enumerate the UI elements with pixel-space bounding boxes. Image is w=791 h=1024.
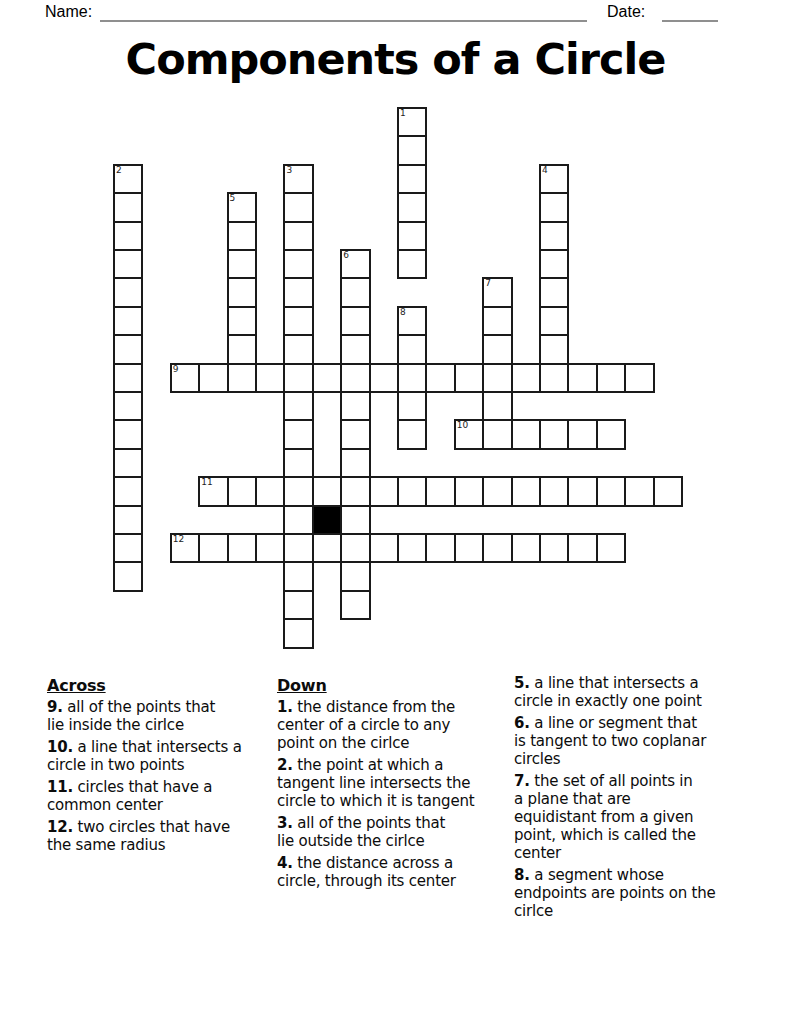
grid-cell[interactable] [340, 334, 370, 364]
grid-cell[interactable] [369, 476, 399, 506]
grid-cell[interactable] [340, 277, 370, 307]
grid-cell[interactable] [340, 391, 370, 421]
grid-cell[interactable] [283, 505, 313, 535]
grid-cell[interactable] [312, 476, 342, 506]
clue-item: 9. all of the points that lie inside the… [47, 698, 292, 734]
grid-cell[interactable] [454, 533, 484, 563]
grid-cell[interactable] [567, 363, 597, 393]
grid-cell[interactable] [425, 533, 455, 563]
clue-label: 3. [277, 814, 293, 832]
grid-cell[interactable] [653, 476, 683, 506]
grid-cell[interactable] [113, 533, 143, 563]
grid-cell[interactable] [113, 306, 143, 336]
grid-cell[interactable] [113, 363, 143, 393]
clue-item: 8. a segment whose endpoints are points … [514, 866, 759, 920]
grid-cell[interactable] [539, 306, 569, 336]
grid-cell[interactable] [567, 476, 597, 506]
clue-item: 11. circles that have a common center [47, 778, 292, 814]
clue-text: two circles that have the same radius [47, 818, 230, 854]
grid-cell[interactable] [340, 590, 370, 620]
grid-cell-black [312, 505, 342, 535]
clue-text: a line that intersects a circle in exact… [514, 674, 702, 710]
grid-cell[interactable] [198, 533, 228, 563]
grid-cell[interactable] [539, 334, 569, 364]
grid-cell[interactable] [312, 363, 342, 393]
grid-cell[interactable] [283, 419, 313, 449]
grid-cell[interactable] [482, 533, 512, 563]
clue-label: 4. [277, 854, 293, 872]
grid-cell[interactable] [596, 419, 626, 449]
clue-item: 1. the distance from the center of a cir… [277, 698, 522, 752]
clue-text: a line or segment that is tangent to two… [514, 714, 706, 768]
grid-cell[interactable] [283, 334, 313, 364]
grid-cell[interactable] [113, 561, 143, 591]
grid-cell[interactable] [113, 277, 143, 307]
date-blank-line[interactable] [662, 2, 718, 22]
grid-cell[interactable] [283, 533, 313, 563]
grid-cell[interactable] [312, 533, 342, 563]
grid-cell[interactable] [596, 476, 626, 506]
grid-cell[interactable] [397, 363, 427, 393]
clue-label: 7. [514, 772, 530, 790]
grid-cell[interactable] [113, 221, 143, 251]
grid-cell[interactable] [511, 533, 541, 563]
grid-cell[interactable] [539, 249, 569, 279]
grid-cell[interactable] [227, 533, 257, 563]
clue-item: 10. a line that intersects a circle in t… [47, 738, 292, 774]
grid-cell[interactable] [482, 476, 512, 506]
grid-cell[interactable] [624, 363, 654, 393]
clue-text: the point at which a tangent line inters… [277, 756, 474, 810]
grid-cell[interactable] [454, 363, 484, 393]
grid-cell[interactable] [340, 306, 370, 336]
grid-cell[interactable] [596, 533, 626, 563]
grid-cell[interactable] [113, 505, 143, 535]
grid-cell[interactable] [539, 419, 569, 449]
clue-label: 9. [47, 698, 63, 716]
clue-number: 9 [173, 365, 179, 374]
grid-cell[interactable] [283, 448, 313, 478]
grid-cell[interactable] [227, 277, 257, 307]
grid-cell[interactable] [283, 363, 313, 393]
grid-cell[interactable] [482, 363, 512, 393]
grid-cell[interactable] [113, 192, 143, 222]
grid-cell[interactable] [425, 476, 455, 506]
grid-cell[interactable] [397, 221, 427, 251]
clue-text: the distance from the center of a circle… [277, 698, 455, 752]
grid-cell[interactable] [397, 533, 427, 563]
grid-cell[interactable] [283, 476, 313, 506]
clue-label: 2. [277, 756, 293, 774]
grid-cell[interactable] [227, 363, 257, 393]
grid-cell[interactable] [113, 476, 143, 506]
grid-cell[interactable] [369, 533, 399, 563]
grid-cell[interactable] [113, 249, 143, 279]
grid-cell[interactable] [113, 391, 143, 421]
grid-cell[interactable] [511, 363, 541, 393]
grid-cell[interactable] [539, 277, 569, 307]
grid-cell[interactable] [283, 590, 313, 620]
clue-number: 8 [400, 308, 406, 317]
clue-number: 3 [286, 166, 292, 175]
clue-text: all of the points that lie outside the c… [277, 814, 445, 850]
grid-cell[interactable] [596, 363, 626, 393]
clue-label: 6. [514, 714, 530, 732]
grid-cell[interactable] [397, 135, 427, 165]
grid-cell[interactable] [340, 448, 370, 478]
grid-cell[interactable] [227, 221, 257, 251]
clue-text: the distance across a circle, through it… [277, 854, 456, 890]
grid-cell[interactable] [255, 363, 285, 393]
name-label: Name: [45, 3, 92, 21]
grid-cell[interactable] [567, 419, 597, 449]
grid-cell[interactable] [113, 334, 143, 364]
down-clues-column-2: 5. a line that intersects a circle in ex… [514, 674, 759, 924]
grid-cell[interactable] [539, 363, 569, 393]
clue-number: 11 [201, 478, 212, 487]
grid-cell[interactable] [283, 618, 313, 648]
grid-cell[interactable] [482, 419, 512, 449]
grid-cell[interactable] [539, 192, 569, 222]
grid-cell[interactable] [511, 476, 541, 506]
clue-number: 4 [542, 166, 548, 175]
down-clues-column-1: Down 1. the distance from the center of … [277, 677, 522, 894]
grid-cell[interactable] [397, 192, 427, 222]
grid-cell[interactable] [340, 476, 370, 506]
grid-cell[interactable] [539, 221, 569, 251]
date-label: Date: [607, 3, 645, 21]
clue-label: 5. [514, 674, 530, 692]
clue-item: 2. the point at which a tangent line int… [277, 756, 522, 810]
grid-cell[interactable] [340, 363, 370, 393]
grid-cell[interactable] [227, 249, 257, 279]
clue-text: a segment whose endpoints are points on … [514, 866, 716, 920]
clue-number: 12 [173, 535, 184, 544]
crossword-grid: 123456789101112 [113, 107, 684, 649]
grid-cell[interactable] [482, 306, 512, 336]
grid-cell[interactable] [283, 561, 313, 591]
clue-item: 5. a line that intersects a circle in ex… [514, 674, 759, 710]
clue-label: 8. [514, 866, 530, 884]
across-heading: Across [47, 677, 292, 695]
clue-item: 12. two circles that have the same radiu… [47, 818, 292, 854]
grid-cell[interactable] [539, 476, 569, 506]
grid-cell[interactable] [397, 249, 427, 279]
grid-cell[interactable] [283, 306, 313, 336]
name-blank-line[interactable] [100, 2, 587, 22]
grid-cell[interactable] [340, 533, 370, 563]
clue-number: 2 [116, 166, 122, 175]
grid-cell[interactable] [567, 533, 597, 563]
grid-cell[interactable] [397, 419, 427, 449]
clue-number: 7 [485, 279, 491, 288]
page-title: Components of a Circle [0, 33, 791, 85]
clue-label: 1. [277, 698, 293, 716]
clue-number: 10 [457, 421, 468, 430]
clue-text: a line that intersects a circle in two p… [47, 738, 242, 774]
grid-cell[interactable] [227, 334, 257, 364]
grid-cell[interactable] [283, 221, 313, 251]
grid-cell[interactable] [624, 476, 654, 506]
clue-item: 3. all of the points that lie outside th… [277, 814, 522, 850]
clue-item: 7. the set of all points in a plane that… [514, 772, 759, 862]
clue-item: 4. the distance across a circle, through… [277, 854, 522, 890]
grid-cell[interactable] [283, 249, 313, 279]
grid-cell[interactable] [482, 391, 512, 421]
clue-item: 6. a line or segment that is tangent to … [514, 714, 759, 768]
grid-cell[interactable] [198, 363, 228, 393]
clue-label: 11. [47, 778, 73, 796]
clue-number: 5 [230, 194, 236, 203]
grid-cell[interactable] [454, 476, 484, 506]
grid-cell[interactable] [539, 533, 569, 563]
down-heading: Down [277, 677, 522, 695]
grid-cell[interactable] [227, 306, 257, 336]
clue-text: the set of all points in a plane that ar… [514, 772, 696, 862]
grid-cell[interactable] [255, 476, 285, 506]
worksheet-page: Name: Date: Components of a Circle 12345… [0, 0, 791, 1024]
grid-cell[interactable] [255, 533, 285, 563]
grid-cell[interactable] [397, 391, 427, 421]
grid-cell[interactable] [340, 561, 370, 591]
grid-cell[interactable] [113, 448, 143, 478]
grid-cell[interactable] [425, 363, 455, 393]
grid-cell[interactable] [340, 505, 370, 535]
grid-cell[interactable] [397, 476, 427, 506]
grid-cell[interactable] [511, 419, 541, 449]
clue-label: 10. [47, 738, 73, 756]
grid-cell[interactable] [369, 363, 399, 393]
grid-cell[interactable] [340, 419, 370, 449]
grid-cell[interactable] [482, 334, 512, 364]
grid-cell[interactable] [227, 476, 257, 506]
clue-text: all of the points that lie inside the ci… [47, 698, 215, 734]
grid-cell[interactable] [113, 419, 143, 449]
clue-number: 1 [400, 109, 406, 118]
grid-cell[interactable] [283, 192, 313, 222]
grid-cell[interactable] [283, 277, 313, 307]
clue-number: 6 [343, 251, 349, 260]
clue-label: 12. [47, 818, 73, 836]
grid-cell[interactable] [397, 164, 427, 194]
across-clues-column: Across 9. all of the points that lie ins… [47, 677, 292, 858]
grid-cell[interactable] [397, 334, 427, 364]
grid-cell[interactable] [283, 391, 313, 421]
